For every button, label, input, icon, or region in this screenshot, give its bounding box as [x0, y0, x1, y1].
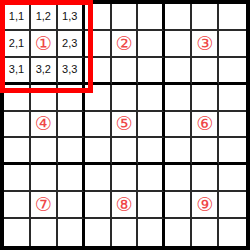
screenshot: 1,11,21,32,1①2,3②③3,13,23,3④⑤⑥⑦⑧⑨: [0, 0, 250, 250]
cell-r6c8[interactable]: [192, 138, 219, 165]
box-number: ⑨: [196, 195, 213, 214]
cell-r8c1[interactable]: [4, 192, 31, 219]
cell-r8c4[interactable]: [85, 192, 112, 219]
cell-r6c2[interactable]: [31, 138, 58, 165]
cell-r4c2[interactable]: [31, 85, 58, 112]
cell-coordinate-label: 1,1: [9, 11, 24, 22]
cell-r8c7[interactable]: [165, 192, 192, 219]
cell-r9c2[interactable]: [31, 219, 58, 246]
cell-r4c4[interactable]: [85, 85, 112, 112]
cell-r6c7[interactable]: [165, 138, 192, 165]
cell-r2c9[interactable]: [219, 31, 246, 58]
cell-r2c1[interactable]: 2,1: [4, 31, 31, 58]
cell-r2c5[interactable]: ②: [112, 31, 139, 58]
cell-r4c6[interactable]: [138, 85, 165, 112]
cell-r9c4[interactable]: [85, 219, 112, 246]
cell-r3c5[interactable]: [112, 58, 139, 85]
cell-r2c6[interactable]: [138, 31, 165, 58]
cell-r5c8[interactable]: ⑥: [192, 112, 219, 139]
cell-coordinate-label: 1,2: [36, 11, 51, 22]
cell-r3c1[interactable]: 3,1: [4, 58, 31, 85]
cell-r3c6[interactable]: [138, 58, 165, 85]
cell-r5c6[interactable]: [138, 112, 165, 139]
cell-r7c8[interactable]: [192, 165, 219, 192]
cell-r1c3[interactable]: 1,3: [58, 4, 85, 31]
box-number: ⑦: [35, 195, 52, 214]
cell-r6c4[interactable]: [85, 138, 112, 165]
cell-r8c6[interactable]: [138, 192, 165, 219]
cell-r8c5[interactable]: ⑧: [112, 192, 139, 219]
cell-r1c8[interactable]: [192, 4, 219, 31]
cell-r4c9[interactable]: [219, 85, 246, 112]
cell-r7c6[interactable]: [138, 165, 165, 192]
box-number: ②: [115, 34, 132, 53]
sudoku-grid: 1,11,21,32,1①2,3②③3,13,23,3④⑤⑥⑦⑧⑨: [0, 0, 250, 250]
cell-r5c7[interactable]: [165, 112, 192, 139]
cell-r1c6[interactable]: [138, 4, 165, 31]
cell-r5c3[interactable]: [58, 112, 85, 139]
box-number: ④: [35, 114, 52, 133]
cell-coordinate-label: 3,3: [62, 64, 77, 75]
cell-r5c4[interactable]: [85, 112, 112, 139]
cell-r7c5[interactable]: [112, 165, 139, 192]
cell-r4c5[interactable]: [112, 85, 139, 112]
cell-r6c9[interactable]: [219, 138, 246, 165]
cell-r3c3[interactable]: 3,3: [58, 58, 85, 85]
cell-r9c8[interactable]: [192, 219, 219, 246]
cell-r7c1[interactable]: [4, 165, 31, 192]
cell-r7c4[interactable]: [85, 165, 112, 192]
cell-r4c3[interactable]: [58, 85, 85, 112]
cell-r3c7[interactable]: [165, 58, 192, 85]
cell-r9c1[interactable]: [4, 219, 31, 246]
cell-r1c2[interactable]: 1,2: [31, 4, 58, 31]
cell-r6c3[interactable]: [58, 138, 85, 165]
cell-r6c5[interactable]: [112, 138, 139, 165]
box-number: ⑧: [115, 195, 132, 214]
cell-r8c9[interactable]: [219, 192, 246, 219]
cell-r4c8[interactable]: [192, 85, 219, 112]
box-number: ③: [196, 34, 213, 53]
cell-r7c9[interactable]: [219, 165, 246, 192]
cell-coordinate-label: 3,1: [9, 64, 24, 75]
cell-r2c8[interactable]: ③: [192, 31, 219, 58]
cell-r3c2[interactable]: 3,2: [31, 58, 58, 85]
cell-r4c1[interactable]: [4, 85, 31, 112]
cell-r3c8[interactable]: [192, 58, 219, 85]
cell-r9c5[interactable]: [112, 219, 139, 246]
cell-coordinate-label: 1,3: [62, 11, 77, 22]
cell-r9c3[interactable]: [58, 219, 85, 246]
cell-r7c3[interactable]: [58, 165, 85, 192]
cell-coordinate-label: 2,1: [9, 38, 24, 49]
cell-r5c1[interactable]: [4, 112, 31, 139]
cell-r1c4[interactable]: [85, 4, 112, 31]
cell-r7c2[interactable]: [31, 165, 58, 192]
cell-r8c3[interactable]: [58, 192, 85, 219]
cell-r7c7[interactable]: [165, 165, 192, 192]
cell-r2c2[interactable]: ①: [31, 31, 58, 58]
cell-r5c2[interactable]: ④: [31, 112, 58, 139]
box-number: ①: [35, 34, 52, 53]
cell-r1c7[interactable]: [165, 4, 192, 31]
cell-r9c7[interactable]: [165, 219, 192, 246]
cell-r8c2[interactable]: ⑦: [31, 192, 58, 219]
cell-r1c5[interactable]: [112, 4, 139, 31]
box-number: ⑤: [115, 114, 132, 133]
cell-r9c6[interactable]: [138, 219, 165, 246]
cell-r6c1[interactable]: [4, 138, 31, 165]
cell-r5c5[interactable]: ⑤: [112, 112, 139, 139]
cell-r4c7[interactable]: [165, 85, 192, 112]
cell-r1c9[interactable]: [219, 4, 246, 31]
box-number: ⑥: [196, 114, 213, 133]
cell-r9c9[interactable]: [219, 219, 246, 246]
cell-r8c8[interactable]: ⑨: [192, 192, 219, 219]
cell-r3c9[interactable]: [219, 58, 246, 85]
cell-r5c9[interactable]: [219, 112, 246, 139]
cell-r1c1[interactable]: 1,1: [4, 4, 31, 31]
cell-r2c4[interactable]: [85, 31, 112, 58]
cell-r6c6[interactable]: [138, 138, 165, 165]
cell-coordinate-label: 2,3: [62, 38, 77, 49]
cell-r2c3[interactable]: 2,3: [58, 31, 85, 58]
cell-r3c4[interactable]: [85, 58, 112, 85]
cell-coordinate-label: 3,2: [36, 64, 51, 75]
cell-r2c7[interactable]: [165, 31, 192, 58]
